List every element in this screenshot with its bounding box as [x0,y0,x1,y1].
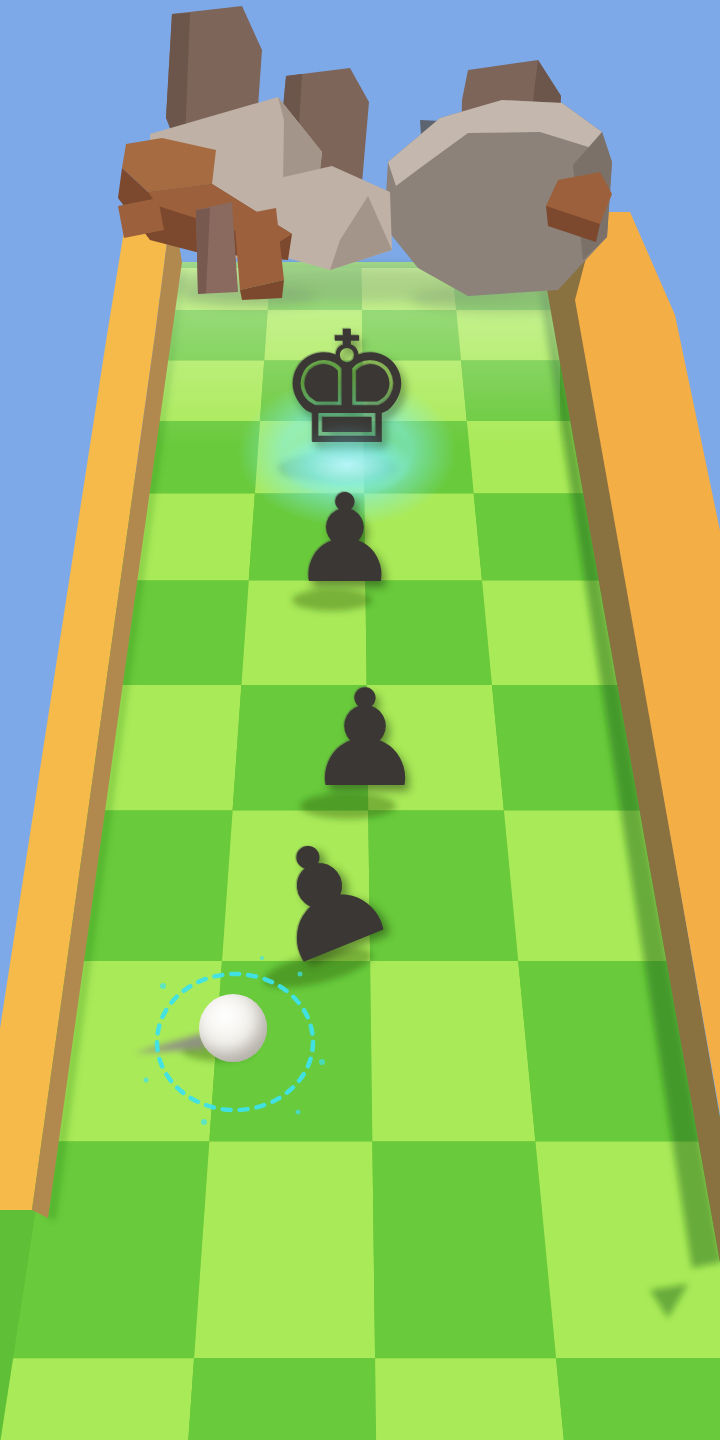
board-square-r9c1 [194,1142,375,1359]
board-square-r10c3 [556,1358,720,1440]
board-square-r10c0 [0,1358,194,1440]
golf-ball[interactable] [199,994,267,1062]
rock-red-small [234,208,284,290]
ring-sparkle-5 [144,1078,149,1083]
ring-sparkle-0 [160,983,166,989]
board-square-r10c2 [375,1358,567,1440]
ring-sparkle-4 [201,1119,207,1125]
ring-sparkle-6 [260,956,264,960]
black-pawn-mid: ♟ [305,672,425,806]
board-square-r10c1 [186,1358,376,1440]
game-viewport[interactable]: ♚♟♟♟ [0,0,720,1440]
ring-sparkle-2 [319,1059,325,1065]
board-square-r8c2 [370,961,535,1142]
ring-sparkle-3 [296,1110,301,1115]
black-pawn-far: ♟ [290,478,399,600]
board-square-r9c2 [372,1142,556,1359]
